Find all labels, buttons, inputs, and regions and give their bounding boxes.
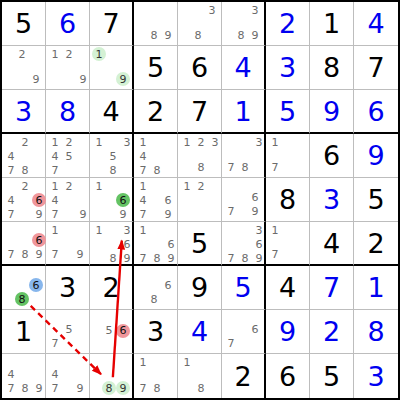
pencil-marks: 1478 [134, 134, 177, 177]
candidate-1[interactable]: 1 [180, 135, 194, 149]
candidate-9[interactable]: 9 [248, 28, 262, 42]
cell-r1c4[interactable]: 89 [134, 2, 178, 46]
highlighted-candidate-6[interactable]: 6 [32, 193, 46, 207]
given-digit: 5 [134, 46, 177, 89]
cell-r6c5[interactable]: 5 [178, 222, 222, 266]
solved-digit: 3 [266, 46, 309, 89]
given-digit: 4 [310, 222, 353, 264]
candidate-3[interactable]: 3 [120, 223, 134, 237]
cell-r5c9[interactable]: 5 [354, 178, 398, 222]
solved-digit: 2 [266, 2, 309, 45]
cell-r8c3[interactable]: 56 [90, 310, 134, 354]
cell-r1c6[interactable]: 389 [222, 2, 266, 46]
candidate-8[interactable]: 8 [194, 381, 208, 395]
candidate-5[interactable]: 5 [102, 324, 116, 338]
candidate-5[interactable]: 5 [106, 149, 120, 163]
cell-r3c8[interactable]: 9 [310, 90, 354, 134]
pencil-marks: 479 [46, 354, 89, 398]
candidate-9[interactable]: 9 [164, 251, 178, 265]
given-digit: 2 [134, 90, 177, 132]
pencil-marks: 17 [266, 134, 309, 177]
candidate-8[interactable]: 8 [147, 292, 161, 306]
sudoku-board: 5678938389214291291956438738427159624781… [0, 0, 400, 400]
cell-r2c1[interactable]: 29 [2, 46, 46, 90]
cell-r8c9[interactable]: 8 [354, 310, 398, 354]
given-digit: 9 [178, 266, 221, 309]
solved-digit: 7 [310, 266, 353, 309]
cell-r7c4[interactable]: 68 [134, 266, 178, 310]
candidate-7[interactable]: 7 [136, 163, 150, 177]
cell-r7c5[interactable]: 9 [178, 266, 222, 310]
cell-r2c3[interactable]: 19 [90, 46, 134, 90]
candidate-4[interactable]: 4 [48, 149, 62, 163]
solved-digit: 8 [46, 90, 89, 132]
given-digit: 8 [310, 46, 353, 89]
cell-r6c3[interactable]: 13689 [90, 222, 134, 266]
candidate-9[interactable]: 9 [248, 204, 262, 218]
pencil-marks: 129 [46, 46, 89, 89]
solved-digit: 5 [222, 266, 264, 309]
candidate-7[interactable]: 7 [48, 207, 62, 221]
cell-r9c4[interactable]: 178 [134, 354, 178, 398]
given-digit: 6 [310, 134, 353, 177]
cell-r5c2[interactable]: 12479 [46, 178, 90, 222]
pencil-marks: 169 [90, 178, 132, 221]
candidate-4[interactable]: 4 [48, 367, 62, 381]
cell-r3c2[interactable]: 8 [46, 90, 90, 134]
cell-r3c4[interactable]: 2 [134, 90, 178, 134]
solved-digit: 4 [222, 46, 264, 89]
pencil-marks: 18 [178, 354, 221, 398]
solved-digit: 5 [266, 90, 309, 132]
cell-r8c6[interactable]: 67 [222, 310, 266, 354]
candidate-4[interactable]: 4 [48, 193, 62, 207]
candidate-1[interactable]: 1 [48, 135, 62, 149]
cell-r1c1[interactable]: 5 [2, 2, 46, 46]
given-digit: 7 [354, 46, 398, 89]
candidate-7[interactable]: 7 [224, 336, 238, 350]
given-digit: 6 [178, 46, 221, 89]
cell-r9c2[interactable]: 479 [46, 354, 90, 398]
cell-r8c1[interactable]: 1 [2, 310, 46, 354]
cell-r9c1[interactable]: 4789 [2, 354, 46, 398]
cell-r9c8[interactable]: 5 [310, 354, 354, 398]
candidate-6[interactable]: 6 [164, 237, 178, 251]
candidate-7[interactable]: 7 [224, 160, 238, 174]
candidate-1[interactable]: 1 [136, 355, 150, 369]
candidate-2[interactable]: 2 [18, 135, 32, 149]
cell-r4c1[interactable]: 2478 [2, 134, 46, 178]
solved-digit: 4 [354, 2, 398, 45]
candidate-8[interactable]: 8 [238, 160, 252, 174]
highlighted-candidate-8[interactable]: 8 [102, 381, 116, 395]
pencil-marks: 378 [222, 134, 264, 177]
candidate-7[interactable]: 7 [136, 207, 150, 221]
candidate-4[interactable]: 4 [4, 149, 18, 163]
cell-r4c8[interactable]: 6 [310, 134, 354, 178]
candidate-9[interactable]: 9 [73, 247, 87, 261]
candidate-9[interactable]: 9 [73, 381, 87, 395]
pencil-marks: 12479 [46, 178, 89, 221]
cell-r8c7[interactable]: 9 [266, 310, 310, 354]
candidate-1[interactable]: 1 [48, 47, 62, 61]
candidate-2[interactable]: 2 [62, 135, 76, 149]
cell-r6c6[interactable]: 36789 [222, 222, 266, 266]
highlighted-candidate-6[interactable]: 6 [116, 193, 130, 207]
given-digit: 6 [266, 354, 309, 398]
candidate-7[interactable]: 7 [48, 247, 62, 261]
candidate-6[interactable]: 6 [120, 237, 134, 251]
candidate-6[interactable]: 6 [248, 322, 262, 336]
cell-r6c4[interactable]: 16789 [134, 222, 178, 266]
cell-r3c3[interactable]: 4 [90, 90, 134, 134]
cell-r4c3[interactable]: 1358 [90, 134, 134, 178]
cell-r8c5[interactable]: 4 [178, 310, 222, 354]
cell-r5c1[interactable]: 24679 [2, 178, 46, 222]
candidate-7[interactable]: 7 [268, 247, 282, 261]
candidate-7[interactable]: 7 [224, 204, 238, 218]
pencil-marks: 13689 [90, 222, 132, 264]
pencil-marks: 12457 [46, 134, 89, 177]
pencil-marks: 14679 [134, 178, 177, 221]
candidate-7[interactable]: 7 [48, 381, 62, 395]
candidate-6[interactable]: 6 [252, 237, 266, 251]
cell-r9c3[interactable]: 89 [90, 354, 134, 398]
cell-r8c8[interactable]: 2 [310, 310, 354, 354]
pencil-marks: 179 [46, 222, 89, 264]
cell-r6c1[interactable]: 6789 [2, 222, 46, 266]
solved-digit: 6 [46, 2, 89, 45]
candidate-4[interactable]: 4 [136, 193, 150, 207]
cell-r1c3[interactable]: 7 [90, 2, 134, 46]
solved-digit: 3 [310, 178, 353, 221]
solved-digit: 4 [178, 310, 221, 353]
pencil-marks: 89 [90, 354, 132, 398]
candidate-5[interactable]: 5 [62, 322, 76, 336]
candidate-9[interactable]: 9 [32, 381, 46, 395]
candidate-6[interactable]: 6 [248, 190, 262, 204]
cell-r5c6[interactable]: 679 [222, 178, 266, 222]
cell-r2c7[interactable]: 3 [266, 46, 310, 90]
candidate-9[interactable]: 9 [32, 247, 46, 261]
candidate-1[interactable]: 1 [92, 223, 106, 237]
highlighted-candidate-8[interactable]: 8 [15, 292, 29, 306]
candidate-9[interactable]: 9 [32, 207, 46, 221]
cell-r9c9[interactable]: 3 [354, 354, 398, 398]
candidate-8[interactable]: 8 [150, 251, 164, 265]
candidate-8[interactable]: 8 [106, 163, 120, 177]
candidate-1[interactable]: 1 [180, 355, 194, 369]
cell-r2c4[interactable]: 5 [134, 46, 178, 90]
cell-r4c9[interactable]: 9 [354, 134, 398, 178]
candidate-8[interactable]: 8 [191, 28, 205, 42]
pencil-marks: 389 [222, 2, 264, 45]
pencil-marks: 1358 [90, 134, 132, 177]
candidate-8[interactable]: 8 [150, 163, 164, 177]
cell-r6c2[interactable]: 179 [46, 222, 90, 266]
candidate-7[interactable]: 7 [4, 247, 18, 261]
given-digit: 4 [266, 266, 309, 309]
cell-r8c2[interactable]: 57 [46, 310, 90, 354]
pencil-marks: 16789 [134, 222, 177, 264]
pencil-marks: 4789 [2, 354, 45, 398]
pencil-marks: 68 [2, 266, 45, 309]
cell-r8c4[interactable]: 3 [134, 310, 178, 354]
cell-r9c6[interactable]: 2 [222, 354, 266, 398]
candidate-8[interactable]: 8 [238, 251, 252, 265]
highlighted-candidate-9[interactable]: 9 [116, 381, 130, 395]
pencil-marks: 57 [46, 310, 89, 353]
cell-r5c7[interactable]: 8 [266, 178, 310, 222]
candidate-9[interactable]: 9 [252, 251, 266, 265]
given-digit: 8 [266, 178, 309, 221]
cell-r3c7[interactable]: 5 [266, 90, 310, 134]
candidate-5[interactable]: 5 [62, 149, 76, 163]
given-digit: 2 [222, 354, 264, 398]
candidate-2[interactable]: 2 [194, 179, 208, 193]
candidate-8[interactable]: 8 [18, 163, 32, 177]
given-digit: 5 [2, 2, 45, 45]
solved-digit: 9 [266, 310, 309, 353]
pencil-marks: 56 [90, 310, 132, 353]
candidate-2[interactable]: 2 [62, 47, 76, 61]
cell-r2c8[interactable]: 8 [310, 46, 354, 90]
candidate-7[interactable]: 7 [48, 336, 62, 350]
cell-r4c6[interactable]: 378 [222, 134, 266, 178]
candidate-8[interactable]: 8 [18, 247, 32, 261]
cell-r5c4[interactable]: 14679 [134, 178, 178, 222]
pencil-marks: 89 [134, 2, 177, 45]
cell-r6c7[interactable]: 17 [266, 222, 310, 266]
solved-digit: 8 [354, 310, 398, 353]
candidate-6[interactable]: 6 [161, 193, 175, 207]
cell-r4c7[interactable]: 17 [266, 134, 310, 178]
candidate-9[interactable]: 9 [161, 207, 175, 221]
candidate-7[interactable]: 7 [48, 163, 62, 177]
pencil-marks: 67 [222, 310, 264, 353]
solved-digit: 9 [354, 134, 398, 177]
cell-r2c9[interactable]: 7 [354, 46, 398, 90]
solved-digit: 1 [222, 90, 264, 132]
cell-r4c5[interactable]: 1238 [178, 134, 222, 178]
candidate-3[interactable]: 3 [252, 223, 266, 237]
candidate-1[interactable]: 1 [48, 223, 62, 237]
candidate-7[interactable]: 7 [4, 381, 18, 395]
given-digit: 7 [90, 2, 132, 45]
candidate-6[interactable]: 6 [161, 278, 175, 292]
pencil-marks: 29 [2, 46, 45, 89]
pencil-marks: 6789 [2, 222, 45, 264]
given-digit: 3 [134, 310, 177, 353]
given-digit: 1 [2, 310, 45, 353]
cell-r1c8[interactable]: 1 [310, 2, 354, 46]
solved-digit: 3 [2, 90, 45, 132]
cell-r2c2[interactable]: 129 [46, 46, 90, 90]
cell-r5c5[interactable]: 12 [178, 178, 222, 222]
pencil-marks: 1238 [178, 134, 221, 177]
given-digit: 2 [90, 266, 132, 309]
cell-r5c8[interactable]: 3 [310, 178, 354, 222]
candidate-9[interactable]: 9 [76, 72, 90, 86]
given-digit: 5 [178, 222, 221, 264]
candidate-4[interactable]: 4 [136, 149, 150, 163]
candidate-4[interactable]: 4 [4, 367, 18, 381]
candidate-1[interactable]: 1 [180, 179, 194, 193]
cell-r7c1[interactable]: 68 [2, 266, 46, 310]
cell-r4c2[interactable]: 12457 [46, 134, 90, 178]
candidate-3[interactable]: 3 [252, 135, 266, 149]
pencil-marks: 178 [134, 354, 177, 398]
candidate-2[interactable]: 2 [18, 179, 32, 193]
cell-r3c6[interactable]: 1 [222, 90, 266, 134]
cell-r3c1[interactable]: 3 [2, 90, 46, 134]
cell-r6c8[interactable]: 4 [310, 222, 354, 266]
given-digit: 3 [46, 266, 89, 309]
pencil-marks: 38 [178, 2, 221, 45]
candidate-4[interactable]: 4 [4, 193, 18, 207]
cell-r7c7[interactable]: 4 [266, 266, 310, 310]
candidate-9[interactable]: 9 [161, 28, 175, 42]
cell-r5c3[interactable]: 169 [90, 178, 134, 222]
highlighted-candidate-6[interactable]: 6 [116, 324, 130, 338]
cell-r2c5[interactable]: 6 [178, 46, 222, 90]
cell-r2c6[interactable]: 4 [222, 46, 266, 90]
candidate-8[interactable]: 8 [194, 160, 208, 174]
candidate-7[interactable]: 7 [136, 251, 150, 265]
cell-r1c2[interactable]: 6 [46, 2, 90, 46]
candidate-9[interactable]: 9 [76, 207, 90, 221]
candidate-8[interactable]: 8 [150, 381, 164, 395]
candidate-1[interactable]: 1 [92, 135, 106, 149]
cell-r7c6[interactable]: 5 [222, 266, 266, 310]
candidate-7[interactable]: 7 [268, 160, 282, 174]
candidate-8[interactable]: 8 [18, 381, 32, 395]
pencil-marks: 12 [178, 178, 221, 221]
cell-r7c3[interactable]: 2 [90, 266, 134, 310]
candidate-2[interactable]: 2 [15, 47, 29, 61]
candidate-8[interactable]: 8 [147, 28, 161, 42]
cell-r1c7[interactable]: 2 [266, 2, 310, 46]
cell-r9c7[interactable]: 6 [266, 354, 310, 398]
candidate-8[interactable]: 8 [106, 251, 120, 265]
solved-digit: 2 [310, 310, 353, 353]
candidate-9[interactable]: 9 [29, 72, 43, 86]
pencil-marks: 36789 [222, 222, 264, 264]
candidate-7[interactable]: 7 [136, 381, 150, 395]
cell-r6c9[interactable]: 2 [354, 222, 398, 266]
candidate-1[interactable]: 1 [136, 179, 150, 193]
cell-r3c5[interactable]: 7 [178, 90, 222, 134]
candidate-1[interactable]: 1 [136, 135, 150, 149]
solved-digit: 9 [310, 90, 353, 132]
candidate-7[interactable]: 7 [4, 207, 18, 221]
given-digit: 4 [90, 90, 132, 132]
candidate-3[interactable]: 3 [208, 135, 222, 149]
pencil-marks: 19 [90, 46, 132, 89]
cell-r4c4[interactable]: 1478 [134, 134, 178, 178]
cell-r1c9[interactable]: 4 [354, 2, 398, 46]
cell-r3c9[interactable]: 6 [354, 90, 398, 134]
candidate-1[interactable]: 1 [92, 179, 106, 193]
given-digit: 2 [354, 222, 398, 264]
candidate-1[interactable]: 1 [268, 135, 282, 149]
solved-digit: 6 [354, 90, 398, 132]
highlighted-candidate-1[interactable]: 1 [92, 47, 106, 61]
cell-r1c5[interactable]: 38 [178, 2, 222, 46]
cell-r7c9[interactable]: 1 [354, 266, 398, 310]
candidate-1[interactable]: 1 [136, 223, 150, 237]
cell-r7c8[interactable]: 7 [310, 266, 354, 310]
candidate-2[interactable]: 2 [62, 179, 76, 193]
given-digit: 5 [310, 354, 353, 398]
pencil-marks: 24679 [2, 178, 45, 221]
pencil-marks: 679 [222, 178, 264, 221]
candidate-8[interactable]: 8 [234, 28, 248, 42]
candidate-3[interactable]: 3 [248, 3, 262, 17]
pencil-marks: 68 [134, 266, 177, 309]
highlighted-candidate-6[interactable]: 6 [29, 278, 43, 292]
given-digit: 5 [354, 178, 398, 221]
candidate-1[interactable]: 1 [268, 223, 282, 237]
highlighted-candidate-9[interactable]: 9 [116, 72, 130, 86]
cell-r9c5[interactable]: 18 [178, 354, 222, 398]
candidate-7[interactable]: 7 [224, 251, 238, 265]
given-digit: 1 [310, 2, 353, 45]
given-digit: 7 [178, 90, 221, 132]
cell-r7c2[interactable]: 3 [46, 266, 90, 310]
candidate-1[interactable]: 1 [48, 179, 62, 193]
candidate-3[interactable]: 3 [205, 3, 219, 17]
candidate-2[interactable]: 2 [194, 135, 208, 149]
pencil-marks: 17 [266, 222, 309, 264]
candidate-9[interactable]: 9 [120, 251, 134, 265]
candidate-7[interactable]: 7 [4, 163, 18, 177]
highlighted-candidate-6[interactable]: 6 [32, 233, 46, 247]
solved-digit: 3 [354, 354, 398, 398]
pencil-marks: 2478 [2, 134, 45, 177]
solved-digit: 1 [354, 266, 398, 309]
candidate-9[interactable]: 9 [116, 207, 130, 221]
candidate-3[interactable]: 3 [120, 135, 134, 149]
